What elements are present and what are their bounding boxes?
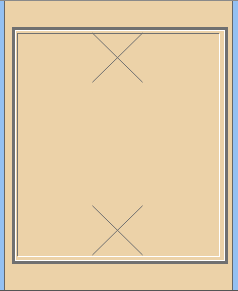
- right-chrome-line: [232, 0, 233, 291]
- top-chrome-line: [0, 0, 238, 1]
- xiangqi-board[interactable]: [12, 27, 228, 264]
- left-chrome-line: [4, 0, 5, 291]
- board-grid[interactable]: [17, 33, 219, 256]
- right-window-strip: [233, 0, 238, 291]
